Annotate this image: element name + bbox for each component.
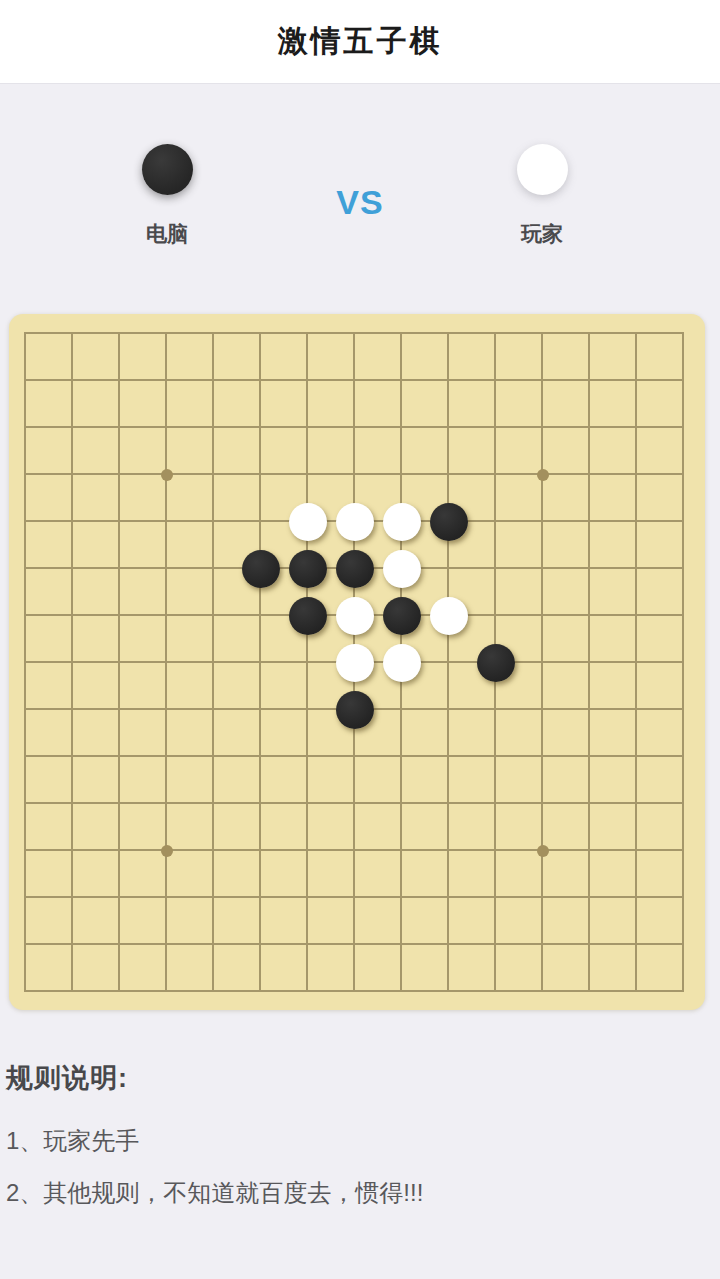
player-label: 玩家 bbox=[462, 220, 622, 248]
black-stone bbox=[289, 597, 327, 635]
app: 激情五子棋 电脑 VS 玩家 规则说明: 1、玩家先手 2、其他规则，不知道就百… bbox=[0, 0, 720, 1279]
black-stone bbox=[336, 550, 374, 588]
star-point bbox=[537, 845, 549, 857]
black-stone bbox=[477, 644, 515, 682]
matchup-panel: 电脑 VS 玩家 bbox=[0, 84, 720, 314]
white-stone bbox=[383, 644, 421, 682]
white-stone bbox=[383, 503, 421, 541]
rules-section: 规则说明: 1、玩家先手 2、其他规则，不知道就百度去，惯得!!! bbox=[0, 1010, 720, 1230]
star-point bbox=[161, 469, 173, 481]
star-point bbox=[537, 469, 549, 481]
white-stone bbox=[430, 597, 468, 635]
rule-item-2: 2、其他规则，不知道就百度去，惯得!!! bbox=[6, 1178, 708, 1208]
black-stone bbox=[430, 503, 468, 541]
black-stone bbox=[289, 550, 327, 588]
white-stone bbox=[383, 550, 421, 588]
header: 激情五子棋 bbox=[0, 0, 720, 84]
white-stone bbox=[336, 503, 374, 541]
black-stone bbox=[383, 597, 421, 635]
white-stone bbox=[289, 503, 327, 541]
black-stone bbox=[242, 550, 280, 588]
page-title: 激情五子棋 bbox=[278, 21, 443, 62]
rules-heading: 规则说明: bbox=[6, 1060, 708, 1096]
star-point bbox=[161, 845, 173, 857]
white-stone-icon bbox=[517, 144, 568, 195]
rule-item-1: 1、玩家先手 bbox=[6, 1126, 708, 1156]
white-stone bbox=[336, 597, 374, 635]
black-stone bbox=[336, 691, 374, 729]
white-stone bbox=[336, 644, 374, 682]
computer-label: 电脑 bbox=[87, 220, 247, 248]
board[interactable] bbox=[9, 314, 705, 1010]
player-user: 玩家 bbox=[462, 144, 622, 248]
